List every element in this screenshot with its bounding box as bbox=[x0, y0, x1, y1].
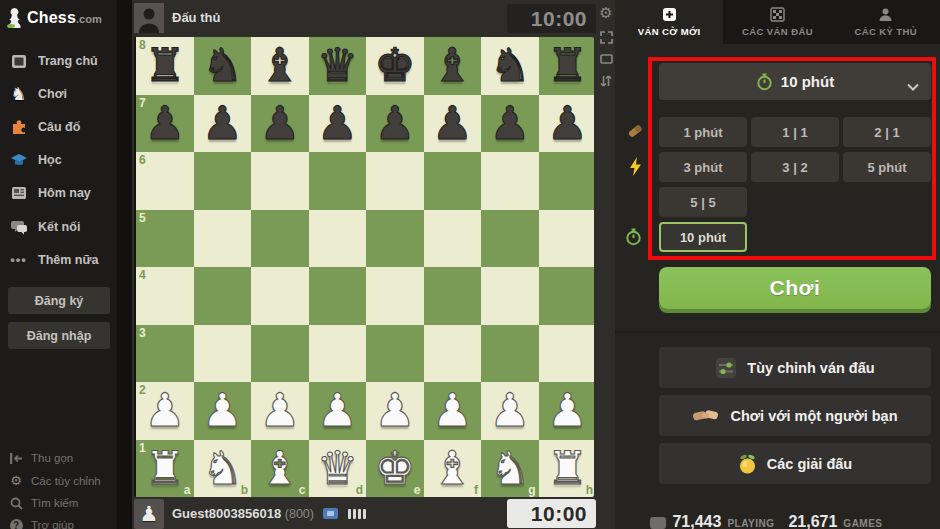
playing-label: PLAYING bbox=[727, 518, 774, 529]
sidebar-footer-label: Thu gọn bbox=[31, 452, 73, 464]
square-g3[interactable] bbox=[481, 325, 539, 383]
square-f7[interactable]: ♟ bbox=[424, 95, 482, 153]
square-e8[interactable]: ♚ bbox=[366, 37, 424, 95]
square-g4[interactable] bbox=[481, 267, 539, 325]
square-g8[interactable]: ♞ bbox=[481, 37, 539, 95]
square-g7[interactable]: ♟ bbox=[481, 95, 539, 153]
time-option-5min[interactable]: 5 phút bbox=[843, 152, 931, 182]
sidebar-search[interactable]: Tìm kiếm bbox=[0, 492, 117, 514]
chevron-down-icon bbox=[907, 77, 919, 95]
square-a5[interactable]: 5 bbox=[136, 210, 194, 268]
opponent-clock: 10:00 bbox=[507, 4, 596, 33]
time-control-dropdown[interactable]: 10 phút bbox=[659, 63, 931, 100]
action-label: Chơi với một người bạn bbox=[730, 408, 897, 424]
avatar-silhouette-icon bbox=[134, 3, 164, 33]
board-settings-gear-icon[interactable]: ⚙ bbox=[598, 5, 614, 21]
graduation-cap-icon bbox=[9, 150, 28, 169]
bullet-icon bbox=[626, 123, 644, 143]
rank-label: 6 bbox=[139, 153, 146, 167]
time-option-3min[interactable]: 3 phút bbox=[659, 152, 747, 182]
square-c5[interactable] bbox=[251, 210, 309, 268]
tab-label: VÁN CỜ MỚI bbox=[638, 26, 701, 37]
square-b6[interactable] bbox=[194, 152, 252, 210]
connection-bars-icon bbox=[348, 509, 366, 519]
knight-icon: ♞ bbox=[9, 84, 28, 103]
square-c3[interactable] bbox=[251, 325, 309, 383]
time-option-10min-selected[interactable]: 10 phút bbox=[659, 222, 747, 252]
square-b7[interactable]: ♟ bbox=[194, 95, 252, 153]
panel-tabs: VÁN CỜ MỚI CÁC VÁN ĐẤU CÁC KỲ THỦ bbox=[615, 0, 940, 44]
square-a6[interactable]: 6 bbox=[136, 152, 194, 210]
sidebar-footer-label: Các tùy chỉnh bbox=[31, 475, 101, 487]
flag-icon bbox=[323, 508, 338, 519]
piece-black-queen: ♛ bbox=[309, 37, 367, 93]
file-label: d bbox=[356, 483, 363, 497]
sidebar-footer-label: Tìm kiếm bbox=[31, 497, 78, 509]
square-f2[interactable]: ♟ bbox=[424, 382, 482, 440]
square-h5[interactable] bbox=[539, 210, 595, 268]
piece-black-king: ♚ bbox=[366, 37, 424, 93]
rank-label: 3 bbox=[139, 326, 146, 340]
sidebar-item-play[interactable]: ♞ Chơi bbox=[0, 77, 117, 110]
logo-text: Chess bbox=[27, 9, 76, 26]
opponent-avatar[interactable] bbox=[134, 3, 164, 33]
sidebar-item-label: Học bbox=[38, 153, 62, 167]
panel-divider bbox=[615, 331, 940, 333]
square-d2[interactable]: ♟ bbox=[309, 382, 367, 440]
search-icon bbox=[9, 494, 23, 513]
newspaper-icon bbox=[9, 183, 28, 202]
square-b8[interactable]: ♞ bbox=[194, 37, 252, 95]
sidebar-settings[interactable]: ⚙ Các tùy chỉnh bbox=[0, 470, 117, 492]
square-e4[interactable] bbox=[366, 267, 424, 325]
games-label: GAMES bbox=[843, 518, 882, 529]
square-b5[interactable] bbox=[194, 210, 252, 268]
login-button[interactable]: Đăng nhập bbox=[8, 322, 110, 349]
square-h4[interactable] bbox=[539, 267, 595, 325]
square-b3[interactable] bbox=[194, 325, 252, 383]
square-c1[interactable]: c♝ bbox=[251, 440, 309, 498]
square-h6[interactable] bbox=[539, 152, 595, 210]
file-label: g bbox=[528, 483, 535, 497]
square-b4[interactable] bbox=[194, 267, 252, 325]
tab-label: CÁC KỲ THỦ bbox=[855, 26, 918, 37]
piece-black-knight: ♞ bbox=[194, 37, 252, 93]
new-game-icon bbox=[662, 7, 677, 22]
square-g6[interactable] bbox=[481, 152, 539, 210]
square-b2[interactable]: ♟ bbox=[194, 382, 252, 440]
square-a7[interactable]: 7♟ bbox=[136, 95, 194, 153]
square-d6[interactable] bbox=[309, 152, 367, 210]
trophy-icon bbox=[738, 453, 757, 475]
square-e5[interactable] bbox=[366, 210, 424, 268]
piece-white-pawn: ♟ bbox=[539, 382, 595, 438]
file-label: f bbox=[474, 483, 478, 497]
action-label: Tùy chỉnh ván đấu bbox=[747, 360, 874, 376]
piece-black-rook: ♜ bbox=[539, 37, 595, 93]
custom-game-button[interactable]: Tùy chỉnh ván đấu bbox=[659, 347, 931, 388]
file-label: h bbox=[586, 483, 593, 497]
file-label: e bbox=[414, 483, 421, 497]
square-h1[interactable]: h♜ bbox=[539, 440, 595, 498]
play-button[interactable]: Chơi bbox=[659, 267, 931, 309]
rank-label: 8 bbox=[139, 38, 146, 52]
square-d8[interactable]: ♛ bbox=[309, 37, 367, 95]
sidebar-item-label: Thêm nữa bbox=[38, 253, 98, 267]
piece-black-pawn: ♟ bbox=[539, 95, 595, 151]
sidebar-collapse[interactable]: Thu gọn bbox=[0, 447, 117, 469]
square-f5[interactable] bbox=[424, 210, 482, 268]
square-e2[interactable]: ♟ bbox=[366, 382, 424, 440]
chat-icon bbox=[9, 217, 28, 236]
stopwatch-icon bbox=[625, 228, 642, 250]
square-e6[interactable] bbox=[366, 152, 424, 210]
sidebar-item-label: Chơi bbox=[38, 87, 67, 101]
square-g5[interactable] bbox=[481, 210, 539, 268]
sidebar: Chess.com Trang chủ ♞ Chơi Câu đố Học Hô… bbox=[0, 0, 117, 529]
home-icon bbox=[9, 51, 28, 70]
puzzle-icon bbox=[9, 117, 28, 136]
square-c8[interactable]: ♝ bbox=[251, 37, 309, 95]
tournaments-button[interactable]: Các giải đấu bbox=[659, 443, 931, 484]
piece-black-pawn: ♟ bbox=[366, 95, 424, 151]
sidebar-item-more[interactable]: ••• Thêm nữa bbox=[0, 243, 117, 276]
sidebar-item-label: Hôm nay bbox=[38, 186, 91, 200]
chesscom-logo[interactable]: Chess.com bbox=[6, 7, 102, 29]
sidebar-item-label: Trang chủ bbox=[38, 54, 98, 68]
square-a4[interactable]: 4 bbox=[136, 267, 194, 325]
tab-games[interactable]: CÁC VÁN ĐẤU bbox=[723, 0, 831, 44]
time-option-1-1[interactable]: 1 | 1 bbox=[751, 117, 839, 147]
sidebar-item-puzzles[interactable]: Câu đố bbox=[0, 110, 117, 143]
square-h7[interactable]: ♟ bbox=[539, 95, 595, 153]
square-e7[interactable]: ♟ bbox=[366, 95, 424, 153]
signup-button[interactable]: Đăng ký bbox=[8, 287, 110, 314]
piece-white-bishop: ♝ bbox=[424, 440, 482, 496]
square-d3[interactable] bbox=[309, 325, 367, 383]
piece-white-pawn: ♟ bbox=[366, 382, 424, 438]
square-f4[interactable] bbox=[424, 267, 482, 325]
square-g1[interactable]: g♞ bbox=[481, 440, 539, 498]
sidebar-item-today[interactable]: Hôm nay bbox=[0, 176, 117, 209]
square-a8[interactable]: 8♜ bbox=[136, 37, 194, 95]
sidebar-item-learn[interactable]: Học bbox=[0, 143, 117, 176]
sidebar-footer-label: Trợ giúp bbox=[31, 519, 74, 529]
square-h3[interactable] bbox=[539, 325, 595, 383]
chess-board[interactable]: 8♜♞♝♛♚♝♞♜7♟♟♟♟♟♟♟♟65432♟♟♟♟♟♟♟♟1a♜b♞c♝d♛… bbox=[134, 37, 594, 497]
player-clock: 10:00 bbox=[507, 499, 596, 528]
collapse-icon bbox=[9, 449, 23, 468]
stopwatch-icon bbox=[756, 73, 773, 91]
square-f6[interactable] bbox=[424, 152, 482, 210]
square-c7[interactable]: ♟ bbox=[251, 95, 309, 153]
time-option-2-1[interactable]: 2 | 1 bbox=[843, 117, 931, 147]
piece-white-pawn: ♟ bbox=[251, 382, 309, 438]
avatar-pawn-icon: ♟ bbox=[140, 502, 159, 526]
piece-black-pawn: ♟ bbox=[481, 95, 539, 151]
square-a1[interactable]: 1a♜ bbox=[136, 440, 194, 498]
live-stats: 71,443 PLAYING 21,671 GAMES bbox=[615, 513, 940, 529]
square-f1[interactable]: f♝ bbox=[424, 440, 482, 498]
piece-white-pawn: ♟ bbox=[481, 382, 539, 438]
custom-game-icon bbox=[715, 357, 737, 379]
file-label: b bbox=[241, 483, 248, 497]
piece-white-pawn: ♟ bbox=[424, 382, 482, 438]
logo-pawn-icon bbox=[6, 7, 23, 29]
square-e3[interactable] bbox=[366, 325, 424, 383]
players-icon bbox=[878, 7, 893, 22]
square-d4[interactable] bbox=[309, 267, 367, 325]
square-f3[interactable] bbox=[424, 325, 482, 383]
logo-suffix: .com bbox=[76, 13, 102, 25]
player-name: Guest8003856018 (800) bbox=[172, 506, 366, 521]
games-icon bbox=[770, 7, 785, 22]
square-a2[interactable]: 2♟ bbox=[136, 382, 194, 440]
square-c2[interactable]: ♟ bbox=[251, 382, 309, 440]
tab-label: CÁC VÁN ĐẤU bbox=[742, 26, 813, 37]
lightning-icon bbox=[629, 157, 642, 180]
dots-icon: ••• bbox=[9, 250, 28, 269]
games-count: 21,671 bbox=[788, 513, 837, 529]
time-options-grid: 1 phút 1 | 1 2 | 1 3 phút 3 | 2 5 phút 5… bbox=[659, 117, 931, 252]
piece-black-pawn: ♟ bbox=[251, 95, 309, 151]
rank-label: 7 bbox=[139, 96, 146, 110]
time-option-3-2[interactable]: 3 | 2 bbox=[751, 152, 839, 182]
play-friend-button[interactable]: Chơi với một người bạn bbox=[659, 395, 931, 436]
square-c6[interactable] bbox=[251, 152, 309, 210]
time-option-5-5[interactable]: 5 | 5 bbox=[659, 187, 747, 217]
square-b1[interactable]: b♞ bbox=[194, 440, 252, 498]
rank-label: 5 bbox=[139, 211, 146, 225]
rank-label: 2 bbox=[139, 383, 146, 397]
piece-black-pawn: ♟ bbox=[194, 95, 252, 151]
file-label: a bbox=[184, 483, 191, 497]
piece-black-pawn: ♟ bbox=[424, 95, 482, 151]
playing-count: 71,443 bbox=[672, 513, 721, 529]
square-h8[interactable]: ♜ bbox=[539, 37, 595, 95]
player-avatar[interactable]: ♟ bbox=[134, 499, 164, 529]
square-d1[interactable]: d♛ bbox=[309, 440, 367, 498]
piece-white-pawn: ♟ bbox=[309, 382, 367, 438]
sidebar-item-label: Câu đố bbox=[38, 120, 80, 134]
square-f8[interactable]: ♝ bbox=[424, 37, 482, 95]
time-dropdown-label: 10 phút bbox=[781, 73, 834, 90]
square-d5[interactable] bbox=[309, 210, 367, 268]
action-label: Các giải đấu bbox=[767, 456, 852, 472]
piece-white-pawn: ♟ bbox=[194, 382, 252, 438]
tab-new-game[interactable]: VÁN CỜ MỚI bbox=[615, 0, 723, 44]
sidebar-help[interactable]: ? Trợ giúp bbox=[0, 514, 117, 529]
rank-label: 4 bbox=[139, 268, 146, 282]
help-icon: ? bbox=[9, 516, 23, 529]
tab-players[interactable]: CÁC KỲ THỦ bbox=[832, 0, 940, 44]
piece-black-bishop: ♝ bbox=[251, 37, 309, 93]
sidebar-item-home[interactable]: Trang chủ bbox=[0, 44, 117, 77]
player-rating: (800) bbox=[285, 507, 314, 521]
opponent-name: Đấu thủ bbox=[172, 10, 220, 25]
square-e1[interactable]: e♚ bbox=[366, 440, 424, 498]
square-d7[interactable]: ♟ bbox=[309, 95, 367, 153]
piece-black-knight: ♞ bbox=[481, 37, 539, 93]
time-option-1min[interactable]: 1 phút bbox=[659, 117, 747, 147]
theater-mode-icon[interactable] bbox=[598, 51, 614, 67]
square-c4[interactable] bbox=[251, 267, 309, 325]
square-g2[interactable]: ♟ bbox=[481, 382, 539, 440]
sidebar-item-label: Kết nối bbox=[38, 220, 80, 234]
piece-black-bishop: ♝ bbox=[424, 37, 482, 93]
square-a3[interactable]: 3 bbox=[136, 325, 194, 383]
rank-label: 1 bbox=[139, 441, 146, 455]
expand-board-icon[interactable] bbox=[598, 29, 614, 45]
play-panel: VÁN CỜ MỚI CÁC VÁN ĐẤU CÁC KỲ THỦ 10 phú… bbox=[615, 0, 940, 529]
player-username: Guest8003856018 bbox=[172, 506, 281, 521]
file-label: c bbox=[299, 483, 306, 497]
square-h2[interactable]: ♟ bbox=[539, 382, 595, 440]
piece-black-pawn: ♟ bbox=[309, 95, 367, 151]
flip-board-icon[interactable] bbox=[598, 73, 614, 89]
gear-icon: ⚙ bbox=[9, 472, 23, 491]
sidebar-edge bbox=[117, 0, 132, 529]
handshake-icon bbox=[692, 407, 720, 424]
sidebar-item-connect[interactable]: Kết nối bbox=[0, 210, 117, 243]
